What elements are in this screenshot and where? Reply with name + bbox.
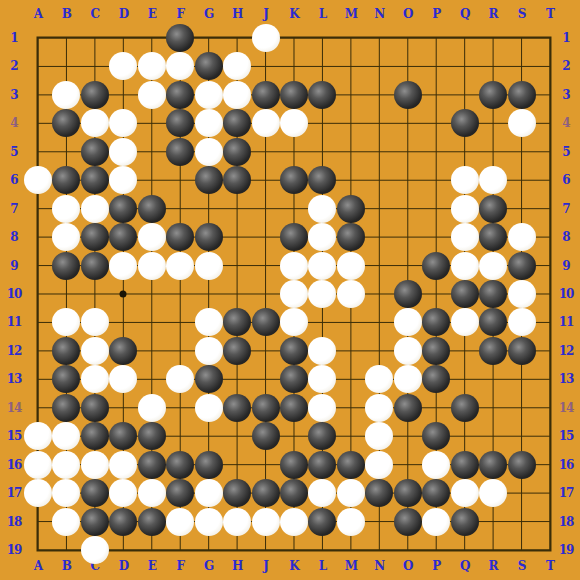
white-stone-C13 [81,365,109,393]
white-stone-A16 [24,451,52,479]
white-stone-C16 [81,451,109,479]
white-stone-A15 [24,422,52,450]
col-label-top-K: K [289,8,298,20]
col-label-top-H: H [232,8,242,20]
black-stone-P9 [422,252,450,280]
white-stone-F13 [166,365,194,393]
col-label-top-M: M [345,8,357,20]
row-label-right-10: 10 [559,288,574,300]
row-label-right-16: 16 [559,459,574,471]
col-label-top-Q: Q [460,8,469,20]
black-stone-N17 [365,479,393,507]
black-stone-F17 [166,479,194,507]
black-stone-F16 [166,451,194,479]
white-stone-S10 [508,280,536,308]
black-stone-P15 [422,422,450,450]
black-stone-D8 [109,223,137,251]
white-stone-B18 [52,508,80,536]
white-stone-B11 [52,308,80,336]
black-stone-R10 [479,280,507,308]
black-stone-D15 [109,422,137,450]
black-stone-Q4 [451,109,479,137]
black-stone-P11 [422,308,450,336]
row-label-left-3: 3 [10,89,17,101]
row-label-right-12: 12 [559,345,574,357]
black-stone-O18 [394,508,422,536]
row-label-left-12: 12 [7,345,22,357]
row-label-right-7: 7 [562,203,569,215]
white-stone-E17 [138,479,166,507]
white-stone-G17 [195,479,223,507]
white-stone-L12 [308,337,336,365]
black-stone-H4 [223,109,251,137]
white-stone-F9 [166,252,194,280]
black-stone-O10 [394,280,422,308]
black-stone-M8 [337,223,365,251]
white-stone-E8 [138,223,166,251]
col-label-bottom-L: L [319,560,326,572]
col-label-top-E: E [148,8,156,20]
white-stone-C4 [81,109,109,137]
black-stone-S16 [508,451,536,479]
white-stone-B17 [52,479,80,507]
white-stone-M9 [337,252,365,280]
black-stone-C6 [81,166,109,194]
col-label-top-P: P [432,8,440,20]
row-label-left-10: 10 [7,288,22,300]
row-label-left-11: 11 [7,316,22,328]
white-stone-F18 [166,508,194,536]
col-label-top-D: D [119,8,128,20]
black-stone-O14 [394,394,422,422]
col-label-bottom-H: H [232,560,242,572]
white-stone-B7 [52,195,80,223]
black-stone-C9 [81,252,109,280]
white-stone-G11 [195,308,223,336]
black-stone-J3 [252,81,280,109]
white-stone-O11 [394,308,422,336]
white-stone-K10 [280,280,308,308]
black-stone-B6 [52,166,80,194]
black-stone-G8 [195,223,223,251]
col-label-top-F: F [176,8,184,20]
black-stone-D18 [109,508,137,536]
black-stone-B12 [52,337,80,365]
white-stone-L14 [308,394,336,422]
col-label-bottom-T: T [546,560,554,572]
black-stone-C5 [81,138,109,166]
col-label-bottom-P: P [432,560,440,572]
white-stone-J18 [252,508,280,536]
black-stone-O17 [394,479,422,507]
black-stone-J11 [252,308,280,336]
white-stone-K11 [280,308,308,336]
black-stone-C14 [81,394,109,422]
black-stone-S9 [508,252,536,280]
row-label-right-1: 1 [562,32,569,44]
row-label-left-19: 19 [7,544,22,556]
col-label-top-S: S [518,8,526,20]
white-stone-L8 [308,223,336,251]
black-stone-E18 [138,508,166,536]
col-label-bottom-R: R [489,560,498,572]
row-label-left-14: 14 [7,402,22,414]
row-label-right-5: 5 [562,146,569,158]
white-stone-C11 [81,308,109,336]
white-stone-N16 [365,451,393,479]
white-stone-K9 [280,252,308,280]
row-label-left-4: 4 [10,117,17,129]
black-stone-J14 [252,394,280,422]
row-label-right-6: 6 [562,174,569,186]
white-stone-C19 [81,536,109,564]
col-label-top-G: G [204,8,213,20]
black-stone-H11 [223,308,251,336]
black-stone-D12 [109,337,137,365]
black-stone-H5 [223,138,251,166]
black-stone-F3 [166,81,194,109]
black-stone-Q10 [451,280,479,308]
white-stone-A6 [24,166,52,194]
row-label-left-2: 2 [10,60,17,72]
black-stone-O3 [394,81,422,109]
white-stone-G9 [195,252,223,280]
white-stone-G18 [195,508,223,536]
white-stone-O13 [394,365,422,393]
black-stone-H17 [223,479,251,507]
white-stone-G3 [195,81,223,109]
white-stone-B15 [52,422,80,450]
col-label-bottom-F: F [176,560,184,572]
black-stone-F1 [166,24,194,52]
black-stone-B9 [52,252,80,280]
black-stone-F4 [166,109,194,137]
white-stone-E3 [138,81,166,109]
white-stone-N15 [365,422,393,450]
row-label-left-13: 13 [7,373,22,385]
black-stone-Q14 [451,394,479,422]
white-stone-K4 [280,109,308,137]
white-stone-A17 [24,479,52,507]
white-stone-S4 [508,109,536,137]
black-stone-G16 [195,451,223,479]
white-stone-Q8 [451,223,479,251]
white-stone-L10 [308,280,336,308]
col-label-bottom-B: B [62,560,71,572]
black-stone-R8 [479,223,507,251]
row-label-right-19: 19 [559,544,574,556]
white-stone-E14 [138,394,166,422]
black-stone-K17 [280,479,308,507]
white-stone-P16 [422,451,450,479]
black-stone-K6 [280,166,308,194]
white-stone-D5 [109,138,137,166]
black-stone-L6 [308,166,336,194]
white-stone-H2 [223,52,251,80]
black-stone-Q16 [451,451,479,479]
white-stone-P18 [422,508,450,536]
row-label-right-18: 18 [559,516,574,528]
white-stone-Q17 [451,479,479,507]
col-label-bottom-N: N [374,560,384,572]
black-stone-F5 [166,138,194,166]
white-stone-B8 [52,223,80,251]
white-stone-N13 [365,365,393,393]
col-label-bottom-M: M [345,560,357,572]
white-stone-L13 [308,365,336,393]
col-label-bottom-A: A [34,560,42,572]
white-stone-O12 [394,337,422,365]
black-stone-K14 [280,394,308,422]
col-label-top-A: A [34,8,42,20]
white-stone-F2 [166,52,194,80]
col-label-top-T: T [546,8,554,20]
row-label-right-14: 14 [559,402,574,414]
row-label-left-1: 1 [10,32,17,44]
row-label-left-15: 15 [7,430,22,442]
col-label-top-O: O [403,8,412,20]
white-stone-L9 [308,252,336,280]
row-label-left-6: 6 [10,174,17,186]
row-label-left-5: 5 [10,146,17,158]
black-stone-F8 [166,223,194,251]
black-stone-P13 [422,365,450,393]
black-stone-R12 [479,337,507,365]
white-stone-K18 [280,508,308,536]
black-stone-M7 [337,195,365,223]
white-stone-R9 [479,252,507,280]
white-stone-D6 [109,166,137,194]
white-stone-R17 [479,479,507,507]
row-label-right-11: 11 [559,316,574,328]
white-stone-B3 [52,81,80,109]
white-stone-D17 [109,479,137,507]
row-label-right-4: 4 [562,117,569,129]
col-label-bottom-S: S [518,560,526,572]
black-stone-G2 [195,52,223,80]
white-stone-Q11 [451,308,479,336]
col-label-bottom-E: E [148,560,156,572]
row-label-right-3: 3 [562,89,569,101]
white-stone-Q9 [451,252,479,280]
black-stone-S3 [508,81,536,109]
row-label-left-8: 8 [10,231,17,243]
go-board[interactable]: AABBCCDDEEFFGGHHJJKKLLMMNNOOPPQQRRSSTT11… [0,0,580,580]
col-label-top-B: B [62,8,71,20]
col-label-top-C: C [91,8,100,20]
white-stone-H18 [223,508,251,536]
black-stone-C8 [81,223,109,251]
white-stone-Q7 [451,195,479,223]
black-stone-K8 [280,223,308,251]
black-stone-R3 [479,81,507,109]
white-stone-G4 [195,109,223,137]
white-stone-S8 [508,223,536,251]
white-stone-L7 [308,195,336,223]
row-label-right-2: 2 [562,60,569,72]
row-label-right-9: 9 [562,260,569,272]
black-stone-C15 [81,422,109,450]
black-stone-J17 [252,479,280,507]
black-stone-E7 [138,195,166,223]
black-stone-H14 [223,394,251,422]
black-stone-R16 [479,451,507,479]
col-label-bottom-J: J [263,560,268,572]
row-label-left-17: 17 [7,487,22,499]
white-stone-G5 [195,138,223,166]
black-stone-Q18 [451,508,479,536]
black-stone-L3 [308,81,336,109]
white-stone-D4 [109,109,137,137]
black-stone-D7 [109,195,137,223]
white-stone-D13 [109,365,137,393]
row-label-left-18: 18 [7,516,22,528]
black-stone-K16 [280,451,308,479]
black-stone-B14 [52,394,80,422]
row-label-right-8: 8 [562,231,569,243]
white-stone-G12 [195,337,223,365]
col-label-top-J: J [263,8,268,20]
row-label-left-16: 16 [7,459,22,471]
black-stone-B4 [52,109,80,137]
black-stone-C18 [81,508,109,536]
white-stone-E9 [138,252,166,280]
white-stone-L17 [308,479,336,507]
col-label-top-R: R [489,8,498,20]
col-label-bottom-O: O [403,560,412,572]
black-stone-E15 [138,422,166,450]
black-stone-K12 [280,337,308,365]
white-stone-J4 [252,109,280,137]
black-stone-H6 [223,166,251,194]
white-stone-C7 [81,195,109,223]
white-stone-N14 [365,394,393,422]
black-stone-S12 [508,337,536,365]
black-stone-J15 [252,422,280,450]
white-stone-D2 [109,52,137,80]
star-point-D10 [120,290,127,297]
black-stone-R7 [479,195,507,223]
row-label-right-13: 13 [559,373,574,385]
white-stone-B16 [52,451,80,479]
col-label-bottom-Q: Q [460,560,469,572]
black-stone-K13 [280,365,308,393]
black-stone-P12 [422,337,450,365]
row-label-left-7: 7 [10,203,17,215]
white-stone-M10 [337,280,365,308]
black-stone-L16 [308,451,336,479]
white-stone-Q6 [451,166,479,194]
black-stone-L15 [308,422,336,450]
black-stone-B13 [52,365,80,393]
col-label-bottom-K: K [289,560,298,572]
black-stone-G6 [195,166,223,194]
black-stone-G13 [195,365,223,393]
black-stone-L18 [308,508,336,536]
white-stone-R6 [479,166,507,194]
col-label-top-L: L [319,8,326,20]
black-stone-P17 [422,479,450,507]
black-stone-M16 [337,451,365,479]
white-stone-E2 [138,52,166,80]
white-stone-J1 [252,24,280,52]
white-stone-D16 [109,451,137,479]
col-label-bottom-D: D [119,560,128,572]
white-stone-G14 [195,394,223,422]
col-label-top-N: N [374,8,384,20]
black-stone-E16 [138,451,166,479]
black-stone-C17 [81,479,109,507]
row-label-left-9: 9 [10,260,17,272]
black-stone-C3 [81,81,109,109]
black-stone-R11 [479,308,507,336]
col-label-bottom-G: G [204,560,213,572]
white-stone-D9 [109,252,137,280]
black-stone-K3 [280,81,308,109]
white-stone-M17 [337,479,365,507]
white-stone-C12 [81,337,109,365]
row-label-right-15: 15 [559,430,574,442]
white-stone-M18 [337,508,365,536]
row-label-right-17: 17 [559,487,574,499]
white-stone-H3 [223,81,251,109]
black-stone-H12 [223,337,251,365]
white-stone-S11 [508,308,536,336]
